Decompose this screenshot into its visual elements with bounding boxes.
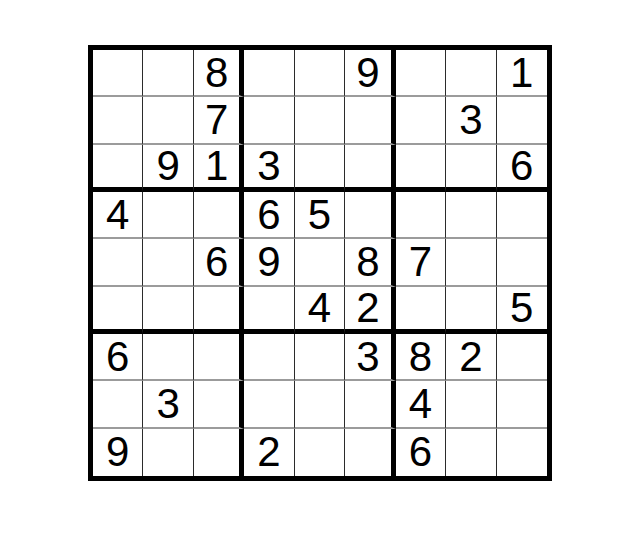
cell-r3c9[interactable]: 6 [497, 145, 547, 192]
sudoku-board: 8917391364656987425638234926 [88, 45, 552, 481]
cell-r7c1[interactable]: 6 [93, 334, 143, 381]
cell-r8c1[interactable] [93, 381, 143, 428]
cell-r1c4[interactable] [244, 50, 294, 97]
cell-r4c8[interactable] [446, 192, 496, 239]
cell-r9c5[interactable] [295, 429, 345, 476]
cell-r3c6[interactable] [345, 145, 395, 192]
cell-r5c7[interactable]: 7 [396, 239, 446, 286]
cell-r6c5[interactable]: 4 [295, 287, 345, 334]
cell-r9c1[interactable]: 9 [93, 429, 143, 476]
cell-r2c4[interactable] [244, 97, 294, 144]
cell-r8c7[interactable]: 4 [396, 381, 446, 428]
cell-r7c6[interactable]: 3 [345, 334, 395, 381]
cell-r2c6[interactable] [345, 97, 395, 144]
cell-r7c8[interactable]: 2 [446, 334, 496, 381]
cell-r3c2[interactable]: 9 [143, 145, 193, 192]
cell-r1c3[interactable]: 8 [194, 50, 244, 97]
cell-r3c5[interactable] [295, 145, 345, 192]
cell-r4c5[interactable]: 5 [295, 192, 345, 239]
cell-r8c3[interactable] [194, 381, 244, 428]
cell-r6c6[interactable]: 2 [345, 287, 395, 334]
cell-r5c2[interactable] [143, 239, 193, 286]
cell-r5c3[interactable]: 6 [194, 239, 244, 286]
cell-r5c1[interactable] [93, 239, 143, 286]
cell-r6c3[interactable] [194, 287, 244, 334]
cell-r3c1[interactable] [93, 145, 143, 192]
cell-r2c7[interactable] [396, 97, 446, 144]
cell-r7c5[interactable] [295, 334, 345, 381]
cell-r6c7[interactable] [396, 287, 446, 334]
cell-r8c4[interactable] [244, 381, 294, 428]
cell-r9c4[interactable]: 2 [244, 429, 294, 476]
cell-r8c6[interactable] [345, 381, 395, 428]
cell-r2c3[interactable]: 7 [194, 97, 244, 144]
cell-r4c4[interactable]: 6 [244, 192, 294, 239]
cell-r7c3[interactable] [194, 334, 244, 381]
cell-r1c5[interactable] [295, 50, 345, 97]
cell-r7c7[interactable]: 8 [396, 334, 446, 381]
cell-r4c3[interactable] [194, 192, 244, 239]
cell-r3c8[interactable] [446, 145, 496, 192]
cell-r5c4[interactable]: 9 [244, 239, 294, 286]
cell-r1c2[interactable] [143, 50, 193, 97]
cell-r1c9[interactable]: 1 [497, 50, 547, 97]
cell-r2c5[interactable] [295, 97, 345, 144]
cell-r9c8[interactable] [446, 429, 496, 476]
cell-r1c6[interactable]: 9 [345, 50, 395, 97]
cell-r9c6[interactable] [345, 429, 395, 476]
cell-r5c5[interactable] [295, 239, 345, 286]
cell-r5c6[interactable]: 8 [345, 239, 395, 286]
cell-r3c7[interactable] [396, 145, 446, 192]
cell-r6c9[interactable]: 5 [497, 287, 547, 334]
cell-r9c7[interactable]: 6 [396, 429, 446, 476]
cell-r4c6[interactable] [345, 192, 395, 239]
cell-r4c7[interactable] [396, 192, 446, 239]
cell-r2c2[interactable] [143, 97, 193, 144]
page-background: 8917391364656987425638234926 [0, 0, 640, 540]
cell-r1c7[interactable] [396, 50, 446, 97]
cell-r2c9[interactable] [497, 97, 547, 144]
cell-r3c4[interactable]: 3 [244, 145, 294, 192]
cell-r8c8[interactable] [446, 381, 496, 428]
cell-r8c5[interactable] [295, 381, 345, 428]
cell-r7c4[interactable] [244, 334, 294, 381]
cell-r9c2[interactable] [143, 429, 193, 476]
cell-r4c9[interactable] [497, 192, 547, 239]
cell-r8c9[interactable] [497, 381, 547, 428]
cell-r1c1[interactable] [93, 50, 143, 97]
cell-r5c8[interactable] [446, 239, 496, 286]
cell-r6c1[interactable] [93, 287, 143, 334]
cell-r2c8[interactable]: 3 [446, 97, 496, 144]
cell-r7c9[interactable] [497, 334, 547, 381]
cell-r6c8[interactable] [446, 287, 496, 334]
cell-r6c2[interactable] [143, 287, 193, 334]
cell-r8c2[interactable]: 3 [143, 381, 193, 428]
cell-r4c1[interactable]: 4 [93, 192, 143, 239]
cell-r4c2[interactable] [143, 192, 193, 239]
cell-r3c3[interactable]: 1 [194, 145, 244, 192]
cell-r1c8[interactable] [446, 50, 496, 97]
cell-r9c3[interactable] [194, 429, 244, 476]
cell-r6c4[interactable] [244, 287, 294, 334]
cell-r7c2[interactable] [143, 334, 193, 381]
cell-r5c9[interactable] [497, 239, 547, 286]
cell-r9c9[interactable] [497, 429, 547, 476]
cell-r2c1[interactable] [93, 97, 143, 144]
